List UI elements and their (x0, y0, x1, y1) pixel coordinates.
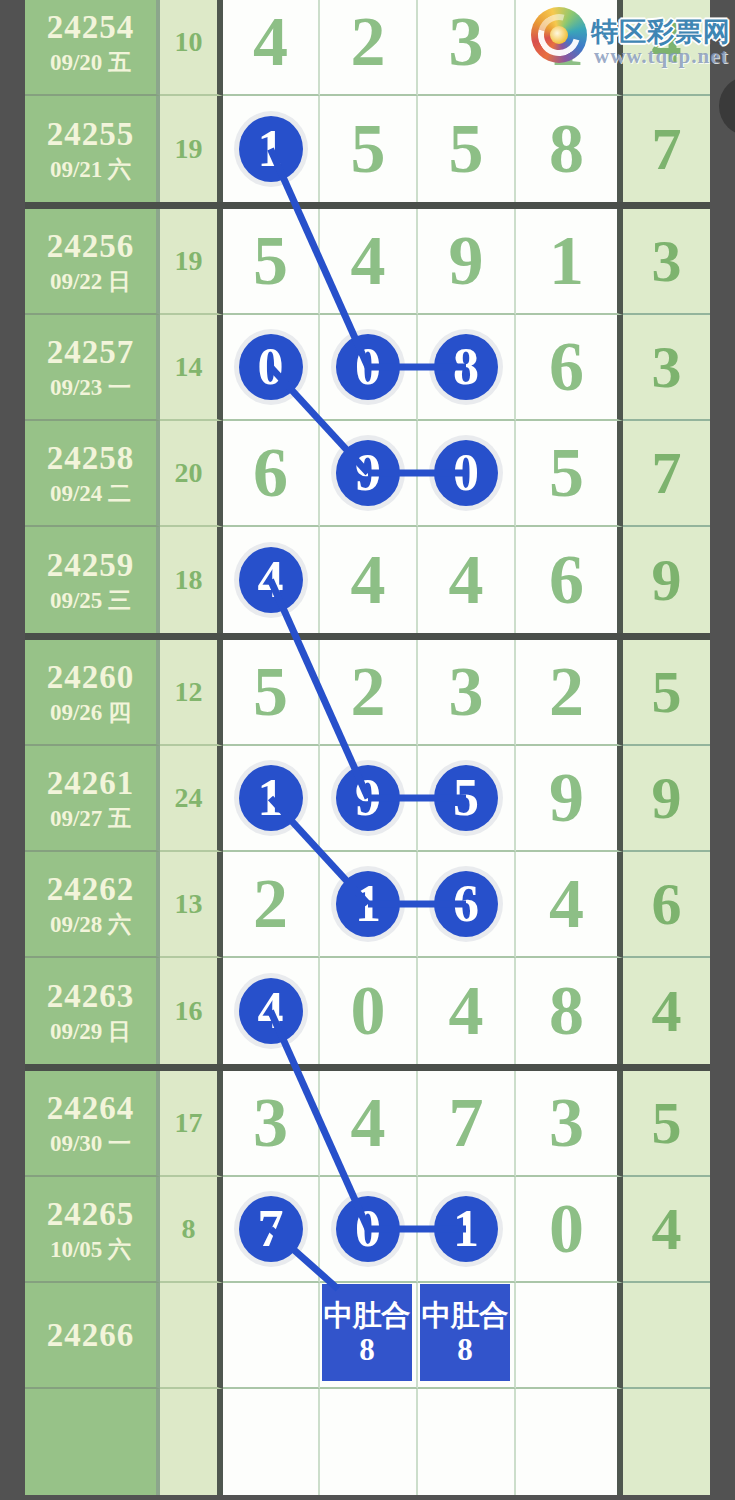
table-row-24257: 2425709/23 一1400863 (25, 315, 710, 421)
circled-digit-value: 9 (355, 447, 381, 499)
digit-cell: 6 (223, 421, 320, 527)
digit-value: 7 (449, 1088, 484, 1158)
circled-digit-value: 1 (453, 1203, 479, 1255)
sum-cell: 12 (160, 640, 223, 746)
digit-circle: 4 (239, 978, 303, 1044)
tail-cell (623, 1283, 710, 1389)
digit-cell: 0 (320, 315, 418, 421)
table-row-24262: 2426209/28 六1321646 (25, 852, 710, 958)
tail-cell: 3 (623, 315, 710, 421)
sum-value: 20 (175, 457, 203, 489)
digit-cell: 5 (223, 209, 320, 315)
digit-cell: 1 (223, 96, 320, 202)
table-row-24264: 2426409/30 一1734735 (25, 1071, 710, 1177)
circled-digit-value: 0 (453, 447, 479, 499)
belly-box-value: 8 (457, 1333, 473, 1367)
digit-value: 5 (449, 114, 484, 184)
digit-cell (516, 1283, 623, 1389)
digit-circle: 0 (336, 1196, 400, 1262)
digit-cell: 3 (418, 640, 516, 746)
issue-cell: 2426409/30 一 (25, 1071, 160, 1177)
sum-cell (160, 1283, 223, 1389)
digit-cell: 5 (320, 96, 418, 202)
digit-cell: 1 (516, 209, 623, 315)
digit-cell: 4 (223, 0, 320, 96)
digit-cell (516, 1389, 623, 1495)
issue-date: 10/05 六 (50, 1238, 131, 1261)
digit-cell: 4 (223, 958, 320, 1064)
sum-value: 14 (175, 351, 203, 383)
circled-digit-value: 4 (258, 985, 284, 1037)
tail-value: 5 (652, 662, 682, 722)
sum-value: 10 (175, 26, 203, 58)
sum-value: 17 (175, 1107, 203, 1139)
tail-cell: 6 (623, 852, 710, 958)
table-row-24256: 2425609/22 日1954913 (25, 209, 710, 315)
digit-value: 5 (549, 438, 584, 508)
sum-value: 12 (175, 676, 203, 708)
sum-value: 24 (175, 782, 203, 814)
digit-cell: 中肚合8 (320, 1283, 418, 1389)
issue-cell: 2425409/20 五 (25, 0, 160, 96)
digit-value: 4 (253, 7, 288, 77)
digit-cell: 0 (418, 421, 516, 527)
issue-cell: 2426510/05 六 (25, 1177, 160, 1283)
digit-circle: 1 (434, 1196, 498, 1262)
digit-value: 3 (549, 1088, 584, 1158)
issue-date: 09/20 五 (50, 51, 131, 74)
issue-number: 24261 (47, 767, 135, 800)
belly-box: 中肚合8 (420, 1284, 510, 1381)
digit-value: 1 (549, 226, 584, 296)
digit-value: 2 (351, 657, 386, 727)
digit-cell: 2 (320, 0, 418, 96)
issue-cell: 24266 (25, 1283, 160, 1389)
sum-value: 19 (175, 133, 203, 165)
digit-circle: 0 (336, 334, 400, 400)
circled-digit-value: 0 (355, 1203, 381, 1255)
tail-value: 3 (652, 337, 682, 397)
circled-digit-value: 8 (453, 341, 479, 393)
issue-cell: 2425609/22 日 (25, 209, 160, 315)
digit-value: 3 (449, 7, 484, 77)
digit-value: 3 (449, 657, 484, 727)
digit-value: 2 (253, 869, 288, 939)
digit-cell: 0 (223, 315, 320, 421)
digit-cell: 8 (516, 96, 623, 202)
digit-circle: 1 (336, 871, 400, 937)
digit-cell: 8 (418, 315, 516, 421)
digit-cell (223, 1389, 320, 1495)
tail-value: 4 (652, 981, 682, 1041)
table-row-24258: 2425809/24 二2069057 (25, 421, 710, 527)
digit-value: 4 (351, 545, 386, 615)
circled-digit-value: 4 (258, 554, 284, 606)
digit-value: 2 (549, 657, 584, 727)
sum-cell: 18 (160, 527, 223, 633)
digit-value: 6 (253, 438, 288, 508)
digit-cell: 5 (223, 640, 320, 746)
circled-digit-value: 6 (453, 878, 479, 930)
issue-date: 09/27 五 (50, 807, 131, 830)
tail-value: 3 (652, 231, 682, 291)
sum-cell: 24 (160, 746, 223, 852)
issue-cell: 2426209/28 六 (25, 852, 160, 958)
tail-cell: 7 (623, 96, 710, 202)
group-separator (25, 202, 710, 209)
site-watermark-url: www.tqcp.net (594, 44, 729, 69)
belly-box-label: 中肚合 (324, 1298, 411, 1333)
sum-cell: 17 (160, 1071, 223, 1177)
issue-number: 24254 (47, 11, 135, 44)
digit-value: 9 (449, 226, 484, 296)
tail-cell: 5 (623, 1071, 710, 1177)
table-row-24259: 2425909/25 三1844469 (25, 527, 710, 633)
table-row-24263: 2426309/29 日1640484 (25, 958, 710, 1064)
digit-circle: 0 (239, 334, 303, 400)
digit-value: 4 (449, 545, 484, 615)
digit-value: 9 (549, 763, 584, 833)
digit-value: 8 (549, 976, 584, 1046)
circled-digit-value: 0 (258, 341, 284, 393)
digit-cell: 6 (516, 315, 623, 421)
digit-cell: 4 (320, 1071, 418, 1177)
digit-cell: 2 (223, 852, 320, 958)
table-row-24260: 2426009/26 四1252325 (25, 640, 710, 746)
digit-circle: 4 (239, 547, 303, 613)
tail-value: 9 (652, 768, 682, 828)
sum-cell (160, 1389, 223, 1495)
tail-value: 9 (652, 550, 682, 610)
circled-digit-value: 7 (258, 1203, 284, 1255)
digit-circle: 8 (434, 334, 498, 400)
table-row-24266: 24266中肚合8中肚合8 (25, 1283, 710, 1389)
issue-number: 24265 (47, 1198, 135, 1231)
circled-digit-value: 1 (355, 878, 381, 930)
sum-cell: 14 (160, 315, 223, 421)
issue-number: 24255 (47, 118, 135, 151)
digit-cell: 0 (320, 958, 418, 1064)
belly-box-value: 8 (359, 1333, 375, 1367)
issue-cell: 2426309/29 日 (25, 958, 160, 1064)
digit-cell (418, 1389, 516, 1495)
issue-number: 24260 (47, 661, 135, 694)
sum-value: 13 (175, 888, 203, 920)
digit-cell: 2 (516, 640, 623, 746)
digit-cell: 4 (223, 527, 320, 633)
tail-value: 5 (652, 1093, 682, 1153)
digit-cell: 9 (320, 421, 418, 527)
digit-cell: 4 (320, 527, 418, 633)
issue-number: 24258 (47, 442, 135, 475)
digit-circle: 7 (239, 1196, 303, 1262)
digit-cell: 3 (223, 1071, 320, 1177)
digit-cell: 9 (320, 746, 418, 852)
group-separator (25, 1064, 710, 1071)
issue-date: 09/23 一 (50, 376, 131, 399)
issue-date: 09/25 三 (50, 589, 131, 612)
sum-value: 8 (182, 1213, 196, 1245)
digit-cell (223, 1283, 320, 1389)
tail-cell: 7 (623, 421, 710, 527)
tail-cell: 9 (623, 746, 710, 852)
digit-value: 3 (253, 1088, 288, 1158)
digit-cell: 9 (418, 209, 516, 315)
tail-cell: 3 (623, 209, 710, 315)
issue-date: 09/30 一 (50, 1132, 131, 1155)
digit-value: 8 (549, 114, 584, 184)
digit-value: 5 (253, 226, 288, 296)
digit-circle: 0 (434, 440, 498, 506)
circled-digit-value: 1 (258, 123, 284, 175)
digit-cell: 6 (418, 852, 516, 958)
sum-cell: 20 (160, 421, 223, 527)
sum-value: 18 (175, 564, 203, 596)
screen-edge-notch-circle (719, 76, 735, 136)
digit-cell: 8 (516, 958, 623, 1064)
digit-cell: 4 (418, 958, 516, 1064)
issue-date: 09/24 二 (50, 482, 131, 505)
tail-cell (623, 1389, 710, 1495)
digit-circle: 1 (239, 765, 303, 831)
digit-cell: 7 (418, 1071, 516, 1177)
digit-value: 4 (351, 226, 386, 296)
issue-number: 24262 (47, 873, 135, 906)
issue-date: 09/21 六 (50, 158, 131, 181)
digit-value: 0 (351, 976, 386, 1046)
digit-circle: 6 (434, 871, 498, 937)
digit-circle: 9 (336, 765, 400, 831)
sum-value: 19 (175, 245, 203, 277)
digit-value: 2 (351, 7, 386, 77)
issue-cell: 2425909/25 三 (25, 527, 160, 633)
issue-cell: 2425509/21 六 (25, 96, 160, 202)
digit-cell: 1 (418, 1177, 516, 1283)
lottery-trend-table: 2425409/20 五10423142425509/21 六191558724… (25, 0, 710, 1495)
issue-number: 24256 (47, 230, 135, 263)
sum-cell: 19 (160, 96, 223, 202)
issue-number: 24259 (47, 549, 135, 582)
issue-cell: 2426109/27 五 (25, 746, 160, 852)
issue-number: 24257 (47, 336, 135, 369)
sum-cell: 10 (160, 0, 223, 96)
digit-cell: 4 (418, 527, 516, 633)
digit-cell: 6 (516, 527, 623, 633)
digit-value: 4 (549, 869, 584, 939)
digit-circle: 5 (434, 765, 498, 831)
digit-value: 4 (449, 976, 484, 1046)
digit-value: 0 (549, 1194, 584, 1264)
sum-value: 16 (175, 995, 203, 1027)
issue-cell: 2425709/23 一 (25, 315, 160, 421)
digit-cell: 7 (223, 1177, 320, 1283)
digit-cell: 3 (418, 0, 516, 96)
sum-cell: 8 (160, 1177, 223, 1283)
digit-cell: 3 (516, 1071, 623, 1177)
digit-value: 4 (351, 1088, 386, 1158)
circled-digit-value: 9 (355, 772, 381, 824)
digit-cell: 9 (516, 746, 623, 852)
table-row-empty (25, 1389, 710, 1495)
digit-cell: 4 (320, 209, 418, 315)
tail-value: 7 (652, 443, 682, 503)
digit-cell: 1 (320, 852, 418, 958)
digit-value: 6 (549, 332, 584, 402)
digit-cell: 5 (418, 746, 516, 852)
digit-value: 5 (253, 657, 288, 727)
table-row-24265: 2426510/05 六870104 (25, 1177, 710, 1283)
group-separator (25, 633, 710, 640)
digit-cell: 2 (320, 640, 418, 746)
issue-date: 09/26 四 (50, 701, 131, 724)
digit-cell: 1 (223, 746, 320, 852)
issue-date: 09/22 日 (50, 270, 131, 293)
digit-cell: 0 (516, 1177, 623, 1283)
digit-circle: 1 (239, 116, 303, 182)
table-row-24255: 2425509/21 六1915587 (25, 96, 710, 202)
digit-value: 5 (351, 114, 386, 184)
table-row-24261: 2426109/27 五2419599 (25, 746, 710, 852)
digit-cell: 5 (516, 421, 623, 527)
digit-cell: 中肚合8 (418, 1283, 516, 1389)
site-logo-swirl-icon (531, 7, 587, 63)
sum-cell: 13 (160, 852, 223, 958)
issue-date: 09/29 日 (50, 1020, 131, 1043)
circled-digit-value: 0 (355, 341, 381, 393)
digit-cell: 0 (320, 1177, 418, 1283)
digit-cell (320, 1389, 418, 1495)
issue-number: 24266 (47, 1319, 135, 1352)
digit-circle: 9 (336, 440, 400, 506)
circled-digit-value: 5 (453, 772, 479, 824)
sum-cell: 16 (160, 958, 223, 1064)
tail-cell: 4 (623, 958, 710, 1064)
belly-box: 中肚合8 (322, 1284, 412, 1381)
circled-digit-value: 1 (258, 772, 284, 824)
issue-cell: 2426009/26 四 (25, 640, 160, 746)
issue-cell: 2425809/24 二 (25, 421, 160, 527)
digit-cell: 5 (418, 96, 516, 202)
digit-cell: 4 (516, 852, 623, 958)
tail-cell: 5 (623, 640, 710, 746)
tail-value: 7 (652, 119, 682, 179)
sum-cell: 19 (160, 209, 223, 315)
digit-value: 6 (549, 545, 584, 615)
belly-box-label: 中肚合 (422, 1298, 509, 1333)
lottery-trend-chart-stage: 2425409/20 五10423142425509/21 六191558724… (0, 0, 735, 1500)
tail-cell: 9 (623, 527, 710, 633)
tail-cell: 4 (623, 1177, 710, 1283)
issue-date: 09/28 六 (50, 913, 131, 936)
issue-cell (25, 1389, 160, 1495)
issue-number: 24263 (47, 980, 135, 1013)
issue-number: 24264 (47, 1092, 135, 1125)
tail-value: 4 (652, 1199, 682, 1259)
tail-value: 6 (652, 874, 682, 934)
